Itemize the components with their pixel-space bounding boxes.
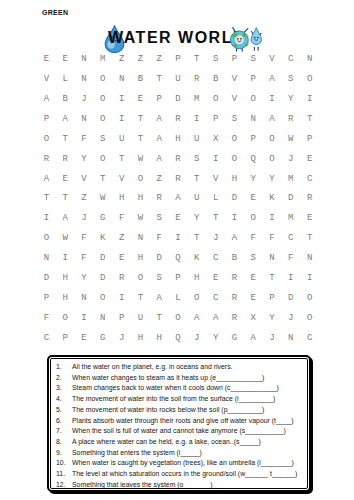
grid-cell: I xyxy=(281,269,300,289)
grid-cell: V xyxy=(112,169,131,189)
clue-number: 4. xyxy=(56,394,72,405)
grid-cell: I xyxy=(263,90,282,110)
grid-cell: W xyxy=(131,209,150,229)
grid-cell: Q xyxy=(169,249,188,269)
grid-cell: P xyxy=(300,129,319,149)
grid-cell: V xyxy=(206,169,225,189)
grid-cell: S xyxy=(244,50,263,70)
grid-cell: J xyxy=(281,308,300,328)
grid-cell: I xyxy=(37,209,56,229)
clue-text: Something that enters the system (i_____… xyxy=(72,448,303,459)
grid-cell: E xyxy=(131,90,150,110)
grid-cell: H xyxy=(150,328,169,348)
grid-cell: N xyxy=(300,249,319,269)
grid-cell: S xyxy=(150,209,169,229)
grid-cell: F xyxy=(75,249,94,269)
grid-cell: A xyxy=(56,209,75,229)
grid-cell: C xyxy=(300,169,319,189)
grid-cell: E xyxy=(244,189,263,209)
grid-cell: K xyxy=(263,189,282,209)
grid-cell: C xyxy=(206,249,225,269)
grid-cell: H xyxy=(56,269,75,289)
grid-cell: Y xyxy=(263,308,282,328)
grid-cell: D xyxy=(37,269,56,289)
clue-item: 3.Steam changes back to water when it co… xyxy=(56,383,303,394)
grid-cell: D xyxy=(281,288,300,308)
grid-cell: H xyxy=(131,189,150,209)
grid-cell: E xyxy=(300,209,319,229)
grid-cell: N xyxy=(281,328,300,348)
clue-item: 7.When the soil is full of water and can… xyxy=(56,426,303,437)
grid-cell: O xyxy=(300,70,319,90)
grid-cell: I xyxy=(206,149,225,169)
grid-cell: P xyxy=(225,50,244,70)
grid-cell: U xyxy=(187,189,206,209)
grid-cell: A xyxy=(187,308,206,328)
grid-cell: Z xyxy=(75,189,94,209)
grid-cell: O xyxy=(263,149,282,169)
grid-cell: F xyxy=(150,229,169,249)
grid-cell: E xyxy=(56,50,75,70)
grid-cell: A xyxy=(37,169,56,189)
grid-cell: B xyxy=(225,249,244,269)
grid-cell: S xyxy=(244,249,263,269)
grid-cell: Z xyxy=(150,50,169,70)
grid-cell: O xyxy=(93,90,112,110)
grid-cell: N xyxy=(93,308,112,328)
clue-number: 1. xyxy=(56,362,72,373)
grid-cell: T xyxy=(187,50,206,70)
grid-cell: A xyxy=(244,328,263,348)
clue-item: 11.The level at which saturation occurs … xyxy=(56,469,303,480)
grid-cell: T xyxy=(300,229,319,249)
grid-cell: O xyxy=(131,269,150,289)
clue-item: 9.Something that enters the system (i___… xyxy=(56,448,303,459)
grid-cell: I xyxy=(263,209,282,229)
grid-cell: Z xyxy=(112,50,131,70)
grid-cell: D xyxy=(225,189,244,209)
grid-cell: P xyxy=(150,90,169,110)
clue-text: When water is caught by vegetation (tree… xyxy=(72,458,303,469)
grid-cell: W xyxy=(93,189,112,209)
grid-cell: J xyxy=(112,328,131,348)
grid-cell: O xyxy=(300,288,319,308)
grid-cell: L xyxy=(206,189,225,209)
grid-cell: S xyxy=(281,70,300,90)
grid-cell: Z xyxy=(112,229,131,249)
clue-number: 7. xyxy=(56,426,72,437)
grid-cell: P xyxy=(169,50,188,70)
grid-cell: M xyxy=(187,90,206,110)
grid-cell: T xyxy=(206,209,225,229)
clue-number: 2. xyxy=(56,373,72,384)
grid-cell: N xyxy=(300,50,319,70)
clue-text: When water changes to steam as it heats … xyxy=(72,373,303,384)
grid-cell: V xyxy=(75,169,94,189)
grid-cell: H xyxy=(187,269,206,289)
grid-cell: O xyxy=(263,129,282,149)
clue-number: 3. xyxy=(56,383,72,394)
grid-cell: Z xyxy=(131,50,150,70)
word-search-grid: EENMZZZPTSPSVCNVLNONBTURBVPASOABJOIEPDMO… xyxy=(37,50,319,348)
grid-cell: P xyxy=(263,288,282,308)
grid-cell: D xyxy=(281,189,300,209)
header: WATER WORLD xyxy=(0,0,354,56)
grid-cell: V xyxy=(37,70,56,90)
grid-cell: P xyxy=(37,288,56,308)
grid-cell: R xyxy=(150,189,169,209)
grid-cell: U xyxy=(169,70,188,90)
clue-number: 6. xyxy=(56,416,72,427)
grid-cell: L xyxy=(56,70,75,90)
grid-cell: O xyxy=(225,149,244,169)
grid-cell: E xyxy=(300,149,319,169)
grid-cell: P xyxy=(112,308,131,328)
clue-box-inner: 1.All the water on the planet, e.g. in o… xyxy=(50,358,308,489)
clue-item: 4.The movement of water into the soil fr… xyxy=(56,394,303,405)
grid-cell: Z xyxy=(150,169,169,189)
clue-text: All the water on the planet, e.g. in oce… xyxy=(72,362,303,373)
grid-cell: Y xyxy=(206,328,225,348)
clue-text: When the soil is full of water and canno… xyxy=(72,426,303,437)
grid-cell: P xyxy=(206,110,225,130)
clue-item: 6.Plants absorb water through their root… xyxy=(56,416,303,427)
grid-cell: O xyxy=(300,308,319,328)
grid-cell: A xyxy=(150,288,169,308)
clue-box: 1.All the water on the planet, e.g. in o… xyxy=(47,355,311,492)
grid-cell: J xyxy=(281,149,300,169)
grid-cell: C xyxy=(281,50,300,70)
clue-item: 10.When water is caught by vegetation (t… xyxy=(56,458,303,469)
grid-cell: O xyxy=(187,288,206,308)
grid-cell: C xyxy=(37,328,56,348)
grid-cell: F xyxy=(37,308,56,328)
grid-cell: P xyxy=(37,110,56,130)
grid-cell: R xyxy=(169,110,188,130)
grid-cell: K xyxy=(187,249,206,269)
grid-cell: M xyxy=(281,209,300,229)
grid-cell: Y xyxy=(75,149,94,169)
grid-cell: T xyxy=(37,189,56,209)
grid-cell: O xyxy=(225,129,244,149)
clue-number: 10. xyxy=(56,458,72,469)
grid-cell: T xyxy=(187,169,206,189)
grid-cell: O xyxy=(206,90,225,110)
grid-cell: V xyxy=(225,90,244,110)
grid-cell: U xyxy=(187,129,206,149)
grid-cell: A xyxy=(150,129,169,149)
grid-cell: O xyxy=(56,308,75,328)
clue-text: The movement of water into rocks below t… xyxy=(72,405,303,416)
grid-cell: N xyxy=(131,229,150,249)
grid-cell: G xyxy=(93,328,112,348)
clue-number: 11. xyxy=(56,469,72,480)
grid-cell: P xyxy=(56,328,75,348)
grid-cell: E xyxy=(244,269,263,289)
grid-cell: A xyxy=(150,110,169,130)
grid-cell: R xyxy=(281,110,300,130)
grid-cell: W xyxy=(56,229,75,249)
grid-cell: Q xyxy=(169,328,188,348)
grid-cell: A xyxy=(225,229,244,249)
grid-cell: L xyxy=(169,288,188,308)
grid-cell: N xyxy=(244,110,263,130)
grid-cell: E xyxy=(206,269,225,289)
grid-cell: E xyxy=(56,169,75,189)
grid-cell: A xyxy=(263,110,282,130)
grid-cell: S xyxy=(206,50,225,70)
grid-cell: F xyxy=(263,229,282,249)
grid-cell: I xyxy=(300,269,319,289)
grid-cell: N xyxy=(75,288,94,308)
grid-cell: D xyxy=(169,90,188,110)
grid-cell: Y xyxy=(263,169,282,189)
grid-cell: F xyxy=(281,249,300,269)
grid-cell: I xyxy=(300,90,319,110)
clue-item: 2.When water changes to steam as it heat… xyxy=(56,373,303,384)
grid-cell: M xyxy=(281,169,300,189)
clue-item: 5.The movement of water into rocks below… xyxy=(56,405,303,416)
grid-cell: P xyxy=(169,269,188,289)
grid-cell: F xyxy=(75,229,94,249)
grid-cell: I xyxy=(56,249,75,269)
grid-cell: J xyxy=(263,328,282,348)
grid-cell: B xyxy=(56,90,75,110)
grid-cell: C xyxy=(206,288,225,308)
grid-cell: I xyxy=(225,209,244,229)
grid-cell: U xyxy=(131,308,150,328)
grid-cell: W xyxy=(131,149,150,169)
clue-text: The level at which saturation occurs in … xyxy=(72,469,303,480)
grid-cell: T xyxy=(131,110,150,130)
grid-cell: T xyxy=(263,269,282,289)
worksheet-page: GREEN WATER WORLD xyxy=(0,0,354,500)
grid-cell: O xyxy=(93,149,112,169)
grid-cell: C xyxy=(281,229,300,249)
grid-cell: D xyxy=(93,269,112,289)
grid-cell: X xyxy=(206,129,225,149)
clue-text: A place where water can be held, e.g. a … xyxy=(72,437,303,448)
grid-cell: I xyxy=(169,229,188,249)
clue-text: The movement of water into the soil from… xyxy=(72,394,303,405)
grid-cell: Y xyxy=(281,90,300,110)
page-title: WATER WORLD xyxy=(0,29,354,47)
grid-cell: Y xyxy=(75,269,94,289)
grid-cell: E xyxy=(37,50,56,70)
grid-cell: T xyxy=(300,110,319,130)
clue-item: 8.A place where water can be held, e.g. … xyxy=(56,437,303,448)
grid-cell: Q xyxy=(244,149,263,169)
grid-cell: B xyxy=(206,70,225,90)
grid-cell: H xyxy=(56,288,75,308)
grid-cell: D xyxy=(150,249,169,269)
grid-cell: M xyxy=(93,50,112,70)
grid-cell: O xyxy=(131,169,150,189)
grid-cell: N xyxy=(75,70,94,90)
grid-cell: N xyxy=(75,110,94,130)
grid-cell: A xyxy=(263,70,282,90)
grid-cell: T xyxy=(56,129,75,149)
grid-cell: R xyxy=(112,269,131,289)
grid-cell: N xyxy=(112,70,131,90)
grid-cell: N xyxy=(37,249,56,269)
clue-text: Something that leaves the system (o_____… xyxy=(72,480,303,489)
grid-cell: O xyxy=(93,70,112,90)
grid-cell: S xyxy=(225,110,244,130)
grid-cell: X xyxy=(244,308,263,328)
grid-cell: H xyxy=(131,328,150,348)
grid-cell: C xyxy=(300,328,319,348)
clue-text: Plants absorb water through their roots … xyxy=(72,416,303,427)
grid-cell: H xyxy=(225,169,244,189)
grid-cell: U xyxy=(112,129,131,149)
clue-number: 8. xyxy=(56,437,72,448)
grid-cell: B xyxy=(131,70,150,90)
grid-cell: A xyxy=(150,149,169,169)
clue-list: 1.All the water on the planet, e.g. in o… xyxy=(56,362,303,489)
clue-text: Steam changes back to water when it cool… xyxy=(72,383,303,394)
grid-cell: O xyxy=(93,110,112,130)
grid-cell: E xyxy=(75,328,94,348)
grid-cell: D xyxy=(93,249,112,269)
grid-cell: V xyxy=(263,50,282,70)
grid-cell: I xyxy=(112,90,131,110)
grid-cell: O xyxy=(169,308,188,328)
grid-cell: R xyxy=(225,308,244,328)
grid-cell: R xyxy=(169,149,188,169)
grid-cell: K xyxy=(93,229,112,249)
grid-cell: T xyxy=(56,189,75,209)
grid-cell: A xyxy=(56,110,75,130)
grid-cell: T xyxy=(150,70,169,90)
grid-cell: R xyxy=(187,70,206,90)
grid-cell: I xyxy=(187,110,206,130)
grid-cell: R xyxy=(300,189,319,209)
grid-cell: P xyxy=(244,70,263,90)
grid-cell: H xyxy=(169,129,188,149)
grid-cell: N xyxy=(263,249,282,269)
grid-cell: T xyxy=(131,288,150,308)
grid-cell: S xyxy=(93,129,112,149)
grid-cell: I xyxy=(112,110,131,130)
grid-cell: J xyxy=(206,229,225,249)
grid-cell: O xyxy=(37,229,56,249)
grid-cell: E xyxy=(112,249,131,269)
grid-cell: O xyxy=(37,129,56,149)
grid-cell: I xyxy=(75,308,94,328)
clue-number: 9. xyxy=(56,448,72,459)
grid-cell: I xyxy=(112,288,131,308)
grid-cell: G xyxy=(93,209,112,229)
grid-cell: Y xyxy=(187,209,206,229)
grid-cell: G xyxy=(225,328,244,348)
grid-cell: R xyxy=(225,288,244,308)
clue-item: 1.All the water on the planet, e.g. in o… xyxy=(56,362,303,373)
clue-item: 12.Something that leaves the system (o__… xyxy=(56,480,303,489)
grid-cell: H xyxy=(131,249,150,269)
grid-cell: S xyxy=(187,149,206,169)
grid-cell: J xyxy=(75,90,94,110)
grid-cell: T xyxy=(112,149,131,169)
grid-cell: O xyxy=(244,90,263,110)
grid-cell: Y xyxy=(244,169,263,189)
clue-number: 5. xyxy=(56,405,72,416)
grid-cell: R xyxy=(56,149,75,169)
grid-cell: O xyxy=(93,288,112,308)
grid-cell: A xyxy=(206,308,225,328)
grid-cell: R xyxy=(169,169,188,189)
grid-cell: J xyxy=(75,209,94,229)
grid-cell: A xyxy=(169,189,188,209)
grid-cell: W xyxy=(281,129,300,149)
grid-cell: F xyxy=(244,229,263,249)
grid-cell: F xyxy=(112,209,131,229)
grid-cell: A xyxy=(37,90,56,110)
grid-cell: E xyxy=(244,288,263,308)
grid-cell: N xyxy=(75,50,94,70)
clue-number: 12. xyxy=(56,480,72,489)
grid-cell: T xyxy=(150,308,169,328)
grid-cell: R xyxy=(37,149,56,169)
grid-cell: T xyxy=(187,229,206,249)
grid-cell: E xyxy=(169,209,188,229)
grid-cell: R xyxy=(225,269,244,289)
grid-cell: H xyxy=(112,189,131,209)
grid-cell: S xyxy=(150,269,169,289)
grid-cell: P xyxy=(244,129,263,149)
earth-and-drop-icon xyxy=(228,22,262,53)
grid-cell: O xyxy=(244,209,263,229)
grid-cell: J xyxy=(187,328,206,348)
grid-cell: T xyxy=(93,169,112,189)
grid-cell: V xyxy=(225,70,244,90)
grid-cell: F xyxy=(75,129,94,149)
grid-cell: T xyxy=(131,129,150,149)
